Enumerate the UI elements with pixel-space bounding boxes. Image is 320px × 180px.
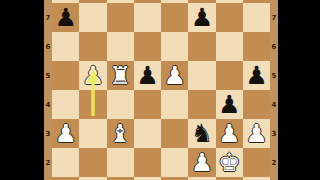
rank-label-5: 5 [270, 61, 278, 90]
square-a4[interactable] [52, 90, 79, 119]
square-e6[interactable] [161, 32, 188, 61]
square-f7[interactable]: ♟ [188, 3, 215, 32]
square-f2[interactable]: ♟ [188, 148, 215, 177]
square-f6[interactable] [188, 32, 215, 61]
white-pawn-h3[interactable]: ♟ [243, 119, 270, 148]
black-pawn-d5[interactable]: ♟ [134, 61, 161, 90]
square-g6[interactable] [216, 32, 243, 61]
square-d5[interactable]: ♟ [134, 61, 161, 90]
square-d3[interactable] [134, 119, 161, 148]
square-g2[interactable]: ♚ [216, 148, 243, 177]
square-b7[interactable] [79, 3, 106, 32]
square-g4[interactable]: ♟ [216, 90, 243, 119]
square-b3[interactable] [79, 119, 106, 148]
rank-label-1: 1 [270, 177, 278, 180]
square-c1[interactable] [107, 177, 134, 180]
square-g7[interactable] [216, 3, 243, 32]
rank-label-6: 6 [44, 32, 52, 61]
square-f1[interactable] [188, 177, 215, 180]
white-pawn-e5[interactable]: ♟ [161, 61, 188, 90]
square-h1[interactable] [243, 177, 270, 180]
square-c6[interactable] [107, 32, 134, 61]
square-h5[interactable]: ♟ [243, 61, 270, 90]
rank-label-4: 4 [44, 90, 52, 119]
square-d6[interactable] [134, 32, 161, 61]
rank-label-7: 7 [270, 3, 278, 32]
square-b6[interactable] [79, 32, 106, 61]
black-pawn-g4[interactable]: ♟ [216, 90, 243, 119]
chess-diagram: 87654321 ♜♚♟♟♟♜♟♟♟♟♟♝♞♟♟♟♚ 87654321 [0, 0, 320, 180]
rank-label-3: 3 [44, 119, 52, 148]
square-a2[interactable] [52, 148, 79, 177]
rank-label-4: 4 [270, 90, 278, 119]
square-e1[interactable] [161, 177, 188, 180]
black-pawn-f7[interactable]: ♟ [188, 3, 215, 32]
square-d4[interactable] [134, 90, 161, 119]
rank-label-2: 2 [44, 148, 52, 177]
square-b4[interactable] [79, 90, 106, 119]
rank-label-1: 1 [44, 177, 52, 180]
chess-board[interactable]: ♜♚♟♟♟♜♟♟♟♟♟♝♞♟♟♟♚ [52, 0, 270, 180]
white-rook-c5[interactable]: ♜ [107, 61, 134, 90]
square-e4[interactable] [161, 90, 188, 119]
black-knight-f3[interactable]: ♞ [188, 119, 215, 148]
square-a1[interactable] [52, 177, 79, 180]
white-pawn-a3[interactable]: ♟ [52, 119, 79, 148]
square-f3[interactable]: ♞ [188, 119, 215, 148]
square-a5[interactable] [52, 61, 79, 90]
black-pawn-a7[interactable]: ♟ [52, 3, 79, 32]
rank-labels-left: 87654321 [44, 0, 52, 180]
square-h7[interactable] [243, 3, 270, 32]
square-e2[interactable] [161, 148, 188, 177]
square-d7[interactable] [134, 3, 161, 32]
white-pawn-b5[interactable]: ♟ [79, 61, 106, 90]
rank-label-2: 2 [270, 148, 278, 177]
square-e3[interactable] [161, 119, 188, 148]
square-b5[interactable]: ♟ [79, 61, 106, 90]
square-b2[interactable] [79, 148, 106, 177]
square-h3[interactable]: ♟ [243, 119, 270, 148]
square-h4[interactable] [243, 90, 270, 119]
square-a7[interactable]: ♟ [52, 3, 79, 32]
rank-labels-right: 87654321 [270, 0, 278, 180]
square-e5[interactable]: ♟ [161, 61, 188, 90]
square-h2[interactable] [243, 148, 270, 177]
square-a6[interactable] [52, 32, 79, 61]
square-b1[interactable] [79, 177, 106, 180]
square-a3[interactable]: ♟ [52, 119, 79, 148]
white-king-g2[interactable]: ♚ [216, 148, 243, 177]
square-c7[interactable] [107, 3, 134, 32]
white-bishop-c3[interactable]: ♝ [107, 119, 134, 148]
rank-label-5: 5 [44, 61, 52, 90]
square-g5[interactable] [216, 61, 243, 90]
square-c2[interactable] [107, 148, 134, 177]
square-c3[interactable]: ♝ [107, 119, 134, 148]
square-e7[interactable] [161, 3, 188, 32]
square-c5[interactable]: ♜ [107, 61, 134, 90]
white-pawn-g3[interactable]: ♟ [216, 119, 243, 148]
rank-label-7: 7 [44, 3, 52, 32]
square-f4[interactable] [188, 90, 215, 119]
rank-label-6: 6 [270, 32, 278, 61]
square-d1[interactable] [134, 177, 161, 180]
square-f5[interactable] [188, 61, 215, 90]
square-g1[interactable] [216, 177, 243, 180]
square-g3[interactable]: ♟ [216, 119, 243, 148]
square-h6[interactable] [243, 32, 270, 61]
black-pawn-h5[interactable]: ♟ [243, 61, 270, 90]
rank-label-3: 3 [270, 119, 278, 148]
square-d2[interactable] [134, 148, 161, 177]
white-pawn-f2[interactable]: ♟ [188, 148, 215, 177]
square-c4[interactable] [107, 90, 134, 119]
